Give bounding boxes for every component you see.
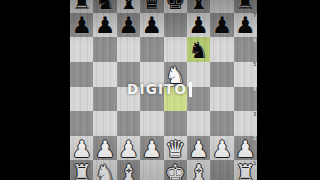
black-pawn-g7[interactable]: ♟ — [212, 14, 233, 37]
square-d2[interactable]: ♟ — [140, 136, 163, 161]
black-pawn-c7[interactable]: ♟ — [118, 14, 139, 37]
caption-overlay: DIGITO — [127, 81, 192, 97]
square-e8[interactable]: ♚ — [164, 0, 187, 13]
square-a4[interactable] — [70, 87, 93, 112]
white-pawn-a2[interactable]: ♟ — [71, 137, 92, 160]
square-h6[interactable]: 6 — [234, 37, 257, 62]
rank-label-2: 2 — [253, 136, 256, 141]
white-knight-b1[interactable]: ♞ — [95, 162, 116, 180]
caption-text: DIGITO — [127, 81, 187, 97]
white-pawn-g2[interactable]: ♟ — [212, 137, 233, 160]
square-c1[interactable]: ♝ — [117, 160, 140, 180]
square-a3[interactable] — [70, 111, 93, 136]
white-queen-e2[interactable]: ♛ — [165, 137, 186, 160]
square-g6[interactable] — [210, 37, 233, 62]
rank-label-1: 1 — [253, 161, 256, 166]
video-frame: ♜♞♝♛♚♝♜8♟♟♟♟♟♟♟7♞6♞543♟♟♟♟♛♟♟♟2♜♞♝♚♝♜1 D… — [0, 0, 320, 180]
white-pawn-d2[interactable]: ♟ — [142, 137, 163, 160]
square-d7[interactable]: ♟ — [140, 13, 163, 38]
black-bishop-c8[interactable]: ♝ — [118, 0, 139, 12]
rank-label-4: 4 — [253, 87, 256, 92]
square-f8[interactable]: ♝ — [187, 0, 210, 13]
black-pawn-b7[interactable]: ♟ — [95, 14, 116, 37]
square-g8[interactable] — [210, 0, 233, 13]
square-e7[interactable] — [164, 13, 187, 38]
square-b4[interactable] — [93, 87, 116, 112]
black-rook-h8[interactable]: ♜ — [235, 0, 256, 12]
square-b3[interactable] — [93, 111, 116, 136]
square-g2[interactable]: ♟ — [210, 136, 233, 161]
square-d8[interactable]: ♛ — [140, 0, 163, 13]
square-h5[interactable]: 5 — [234, 62, 257, 87]
white-bishop-f1[interactable]: ♝ — [188, 162, 209, 180]
square-e1[interactable]: ♚ — [164, 160, 187, 180]
square-a1[interactable]: ♜ — [70, 160, 93, 180]
square-b8[interactable]: ♞ — [93, 0, 116, 13]
square-b5[interactable] — [93, 62, 116, 87]
black-king-e8[interactable]: ♚ — [165, 0, 186, 12]
square-h2[interactable]: ♟2 — [234, 136, 257, 161]
rank-label-6: 6 — [253, 38, 256, 43]
white-king-e1[interactable]: ♚ — [165, 162, 186, 180]
square-h4[interactable]: 4 — [234, 87, 257, 112]
square-h8[interactable]: ♜8 — [234, 0, 257, 13]
square-c2[interactable]: ♟ — [117, 136, 140, 161]
square-a5[interactable] — [70, 62, 93, 87]
square-f6[interactable]: ♞ — [187, 37, 210, 62]
square-e6[interactable] — [164, 37, 187, 62]
white-pawn-f2[interactable]: ♟ — [188, 137, 209, 160]
square-c7[interactable]: ♟ — [117, 13, 140, 38]
square-f3[interactable] — [187, 111, 210, 136]
square-g7[interactable]: ♟ — [210, 13, 233, 38]
square-g5[interactable] — [210, 62, 233, 87]
black-knight-b8[interactable]: ♞ — [95, 0, 116, 12]
white-rook-a1[interactable]: ♜ — [71, 162, 92, 180]
black-rook-a8[interactable]: ♜ — [71, 0, 92, 12]
square-g3[interactable] — [210, 111, 233, 136]
square-f2[interactable]: ♟ — [187, 136, 210, 161]
black-pawn-f7[interactable]: ♟ — [188, 14, 209, 37]
square-b1[interactable]: ♞ — [93, 160, 116, 180]
square-h7[interactable]: ♟7 — [234, 13, 257, 38]
square-d1[interactable] — [140, 160, 163, 180]
square-f7[interactable]: ♟ — [187, 13, 210, 38]
rank-label-5: 5 — [253, 62, 256, 67]
square-a2[interactable]: ♟ — [70, 136, 93, 161]
square-c3[interactable] — [117, 111, 140, 136]
square-h3[interactable]: 3 — [234, 111, 257, 136]
square-c6[interactable] — [117, 37, 140, 62]
square-e2[interactable]: ♛ — [164, 136, 187, 161]
square-a8[interactable]: ♜ — [70, 0, 93, 13]
square-d3[interactable] — [140, 111, 163, 136]
square-b7[interactable]: ♟ — [93, 13, 116, 38]
square-a6[interactable] — [70, 37, 93, 62]
square-d6[interactable] — [140, 37, 163, 62]
square-b6[interactable] — [93, 37, 116, 62]
square-e3[interactable] — [164, 111, 187, 136]
square-g1[interactable] — [210, 160, 233, 180]
white-bishop-c1[interactable]: ♝ — [118, 162, 139, 180]
text-cursor — [189, 82, 192, 97]
black-pawn-a7[interactable]: ♟ — [71, 14, 92, 37]
square-h1[interactable]: ♜1 — [234, 160, 257, 180]
black-queen-d8[interactable]: ♛ — [142, 0, 163, 12]
black-pawn-d7[interactable]: ♟ — [142, 14, 163, 37]
white-pawn-c2[interactable]: ♟ — [118, 137, 139, 160]
square-c8[interactable]: ♝ — [117, 0, 140, 13]
square-g4[interactable] — [210, 87, 233, 112]
black-knight-f6[interactable]: ♞ — [188, 39, 209, 62]
rank-label-7: 7 — [253, 13, 256, 18]
black-bishop-f8[interactable]: ♝ — [188, 0, 209, 12]
square-f1[interactable]: ♝ — [187, 160, 210, 180]
white-pawn-b2[interactable]: ♟ — [95, 137, 116, 160]
square-b2[interactable]: ♟ — [93, 136, 116, 161]
square-a7[interactable]: ♟ — [70, 13, 93, 38]
rank-label-3: 3 — [253, 112, 256, 117]
